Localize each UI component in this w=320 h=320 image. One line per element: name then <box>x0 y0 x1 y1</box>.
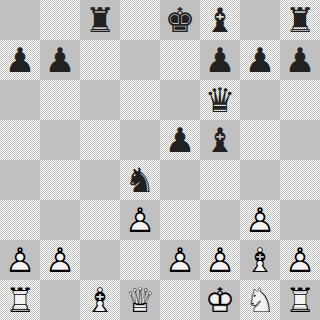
black-bishop[interactable]: ♝♗ <box>200 0 240 40</box>
square-e3[interactable] <box>160 200 200 240</box>
square-g3[interactable]: ♟♙ <box>240 200 280 240</box>
square-e4[interactable] <box>160 160 200 200</box>
square-d4[interactable]: ♞♘ <box>120 160 160 200</box>
piece-glyph: ♚ <box>160 0 200 40</box>
white-pawn[interactable]: ♟♙ <box>0 240 40 280</box>
square-b6[interactable] <box>40 80 80 120</box>
chess-board-wrap: ♜♖♚♔♝♗♜♖♟♙♟♙♟♙♟♙♟♙♛♕♟♙♝♗♞♘♟♙♟♙♟♙♟♙♟♙♟♙♝♗… <box>0 0 320 320</box>
piece-glyph: ♜ <box>80 0 120 40</box>
white-pawn[interactable]: ♟♙ <box>200 240 240 280</box>
square-f3[interactable] <box>200 200 240 240</box>
square-h2[interactable]: ♟♙ <box>280 240 320 280</box>
white-rook[interactable]: ♜♖ <box>280 280 320 320</box>
black-bishop[interactable]: ♝♗ <box>200 120 240 160</box>
piece-outline-glyph: ♙ <box>160 240 200 280</box>
square-e8[interactable]: ♚♔ <box>160 0 200 40</box>
piece-glyph: ♟ <box>160 120 200 160</box>
piece-glyph: ♟ <box>280 40 320 80</box>
piece-outline-glyph: ♔ <box>200 280 240 320</box>
square-e5[interactable]: ♟♙ <box>160 120 200 160</box>
square-a6[interactable] <box>0 80 40 120</box>
piece-glyph: ♟ <box>200 40 240 80</box>
square-b7[interactable]: ♟♙ <box>40 40 80 80</box>
piece-outline-glyph: ♗ <box>240 240 280 280</box>
square-d2[interactable] <box>120 240 160 280</box>
square-c1[interactable]: ♝♗ <box>80 280 120 320</box>
piece-glyph: ♝ <box>200 120 240 160</box>
white-pawn[interactable]: ♟♙ <box>160 240 200 280</box>
chess-board: ♜♖♚♔♝♗♜♖♟♙♟♙♟♙♟♙♟♙♛♕♟♙♝♗♞♘♟♙♟♙♟♙♟♙♟♙♟♙♝♗… <box>0 0 320 320</box>
square-e6[interactable] <box>160 80 200 120</box>
square-h5[interactable] <box>280 120 320 160</box>
square-c7[interactable] <box>80 40 120 80</box>
white-bishop[interactable]: ♝♗ <box>240 240 280 280</box>
piece-outline-glyph: ♖ <box>0 280 40 320</box>
square-d1[interactable]: ♛♕ <box>120 280 160 320</box>
white-rook[interactable]: ♜♖ <box>0 280 40 320</box>
black-queen[interactable]: ♛♕ <box>200 80 240 120</box>
black-knight[interactable]: ♞♘ <box>120 160 160 200</box>
square-g5[interactable] <box>240 120 280 160</box>
square-h1[interactable]: ♜♖ <box>280 280 320 320</box>
piece-glyph: ♛ <box>200 80 240 120</box>
square-b2[interactable]: ♟♙ <box>40 240 80 280</box>
piece-outline-glyph: ♙ <box>40 240 80 280</box>
square-c2[interactable] <box>80 240 120 280</box>
piece-outline-glyph: ♙ <box>280 240 320 280</box>
black-pawn[interactable]: ♟♙ <box>280 40 320 80</box>
square-b8[interactable] <box>40 0 80 40</box>
white-bishop[interactable]: ♝♗ <box>80 280 120 320</box>
square-a3[interactable] <box>0 200 40 240</box>
square-c3[interactable] <box>80 200 120 240</box>
square-c5[interactable] <box>80 120 120 160</box>
square-a5[interactable] <box>0 120 40 160</box>
square-c4[interactable] <box>80 160 120 200</box>
black-pawn[interactable]: ♟♙ <box>0 40 40 80</box>
square-a4[interactable] <box>0 160 40 200</box>
square-c6[interactable] <box>80 80 120 120</box>
white-pawn[interactable]: ♟♙ <box>280 240 320 280</box>
square-e2[interactable]: ♟♙ <box>160 240 200 280</box>
square-f6[interactable]: ♛♕ <box>200 80 240 120</box>
piece-outline-glyph: ♙ <box>240 200 280 240</box>
piece-outline-glyph: ♙ <box>200 240 240 280</box>
piece-outline-glyph: ♕ <box>120 280 160 320</box>
square-f4[interactable] <box>200 160 240 200</box>
square-g7[interactable]: ♟♙ <box>240 40 280 80</box>
black-pawn[interactable]: ♟♙ <box>240 40 280 80</box>
square-a2[interactable]: ♟♙ <box>0 240 40 280</box>
square-c8[interactable]: ♜♖ <box>80 0 120 40</box>
square-b3[interactable] <box>40 200 80 240</box>
piece-outline-glyph: ♙ <box>120 200 160 240</box>
black-pawn[interactable]: ♟♙ <box>40 40 80 80</box>
piece-glyph: ♞ <box>120 160 160 200</box>
square-b4[interactable] <box>40 160 80 200</box>
piece-outline-glyph: ♙ <box>0 240 40 280</box>
square-b1[interactable] <box>40 280 80 320</box>
piece-outline-glyph: ♘ <box>240 280 280 320</box>
square-a7[interactable]: ♟♙ <box>0 40 40 80</box>
square-g6[interactable] <box>240 80 280 120</box>
white-pawn[interactable]: ♟♙ <box>240 200 280 240</box>
square-e7[interactable] <box>160 40 200 80</box>
square-h3[interactable] <box>280 200 320 240</box>
square-f7[interactable]: ♟♙ <box>200 40 240 80</box>
square-g8[interactable] <box>240 0 280 40</box>
square-h4[interactable] <box>280 160 320 200</box>
square-d7[interactable] <box>120 40 160 80</box>
square-d6[interactable] <box>120 80 160 120</box>
black-king[interactable]: ♚♔ <box>160 0 200 40</box>
square-f1[interactable]: ♚♔ <box>200 280 240 320</box>
square-f8[interactable]: ♝♗ <box>200 0 240 40</box>
white-pawn[interactable]: ♟♙ <box>120 200 160 240</box>
black-rook[interactable]: ♜♖ <box>80 0 120 40</box>
piece-outline-glyph: ♖ <box>280 280 320 320</box>
square-h7[interactable]: ♟♙ <box>280 40 320 80</box>
square-g1[interactable]: ♞♘ <box>240 280 280 320</box>
square-h6[interactable] <box>280 80 320 120</box>
piece-glyph: ♟ <box>0 40 40 80</box>
piece-glyph: ♜ <box>280 0 320 40</box>
white-queen[interactable]: ♛♕ <box>120 280 160 320</box>
white-pawn[interactable]: ♟♙ <box>40 240 80 280</box>
square-d3[interactable]: ♟♙ <box>120 200 160 240</box>
piece-glyph: ♟ <box>240 40 280 80</box>
square-g2[interactable]: ♝♗ <box>240 240 280 280</box>
square-f2[interactable]: ♟♙ <box>200 240 240 280</box>
square-b5[interactable] <box>40 120 80 160</box>
square-f5[interactable]: ♝♗ <box>200 120 240 160</box>
black-pawn[interactable]: ♟♙ <box>160 120 200 160</box>
black-rook[interactable]: ♜♖ <box>280 0 320 40</box>
piece-glyph: ♝ <box>200 0 240 40</box>
square-h8[interactable]: ♜♖ <box>280 0 320 40</box>
square-g4[interactable] <box>240 160 280 200</box>
black-pawn[interactable]: ♟♙ <box>200 40 240 80</box>
square-a8[interactable] <box>0 0 40 40</box>
square-d5[interactable] <box>120 120 160 160</box>
square-d8[interactable] <box>120 0 160 40</box>
white-knight[interactable]: ♞♘ <box>240 280 280 320</box>
piece-outline-glyph: ♗ <box>80 280 120 320</box>
piece-glyph: ♟ <box>40 40 80 80</box>
square-e1[interactable] <box>160 280 200 320</box>
square-a1[interactable]: ♜♖ <box>0 280 40 320</box>
white-king[interactable]: ♚♔ <box>200 280 240 320</box>
